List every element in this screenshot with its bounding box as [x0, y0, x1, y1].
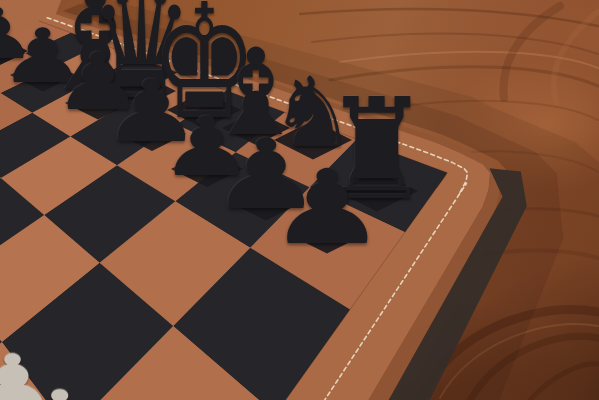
piece-white-pawn-g3[interactable]: ♟ — [0, 372, 140, 400]
pawn-glyph: ♟ — [12, 372, 108, 400]
piece-black-pawn-h7[interactable]: ♟ — [247, 146, 407, 270]
photo-stage: ♟♟♝♛♟♚♝♟♞♟♜♟♟♟♟ — [0, 0, 599, 400]
pawn-glyph: ♟ — [267, 146, 387, 270]
